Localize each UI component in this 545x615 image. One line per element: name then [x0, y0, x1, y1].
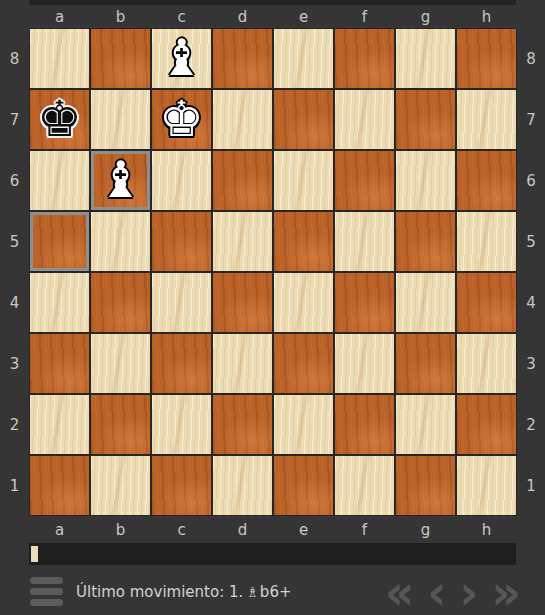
square-c5[interactable]: [152, 212, 211, 271]
file-label-c: c: [151, 516, 212, 543]
rank-label-2: 2: [517, 394, 545, 455]
square-e1[interactable]: [274, 456, 333, 515]
rank-label-2: 2: [0, 394, 29, 455]
rank-label-5: 5: [0, 211, 29, 272]
hamburger-bar: [30, 588, 63, 595]
rank-label-4: 4: [517, 272, 545, 333]
move-scrub-bar[interactable]: [29, 543, 516, 565]
square-h6[interactable]: [457, 151, 516, 210]
square-e4[interactable]: [274, 273, 333, 332]
board: ♝♚♚♝: [29, 28, 517, 516]
rank-label-3: 3: [0, 333, 29, 394]
square-g5[interactable]: [396, 212, 455, 271]
square-g2[interactable]: [396, 395, 455, 454]
rank-label-7: 7: [0, 89, 29, 150]
rank-label-5: 5: [517, 211, 545, 272]
square-b5[interactable]: [91, 212, 150, 271]
square-c7[interactable]: ♚: [152, 90, 211, 149]
last-move-label: Último movimiento: 1. ♗ b6+: [76, 583, 292, 601]
square-f1[interactable]: [335, 456, 394, 515]
hamburger-bar: [30, 577, 63, 584]
square-h5[interactable]: [457, 212, 516, 271]
file-label-f: f: [334, 5, 395, 28]
square-h3[interactable]: [457, 334, 516, 393]
file-label-b: b: [90, 516, 151, 543]
square-c8[interactable]: ♝: [152, 29, 211, 88]
file-label-b: b: [90, 5, 151, 28]
square-f4[interactable]: [335, 273, 394, 332]
square-b8[interactable]: [91, 29, 150, 88]
file-label-c: c: [151, 5, 212, 28]
square-b3[interactable]: [91, 334, 150, 393]
file-label-h: h: [456, 5, 517, 28]
square-b1[interactable]: [91, 456, 150, 515]
file-labels-bottom: abcdefgh: [29, 516, 517, 543]
piece-white-king-c7[interactable]: ♚: [159, 94, 204, 144]
square-c4[interactable]: [152, 273, 211, 332]
square-a6[interactable]: [30, 151, 89, 210]
square-e2[interactable]: [274, 395, 333, 454]
square-d4[interactable]: [213, 273, 272, 332]
last-move-text-suffix: b6+: [260, 583, 292, 601]
first-move-button[interactable]: «: [385, 571, 415, 613]
file-label-e: e: [273, 5, 334, 28]
square-f5[interactable]: [335, 212, 394, 271]
square-d6[interactable]: [213, 151, 272, 210]
square-c3[interactable]: [152, 334, 211, 393]
square-g3[interactable]: [396, 334, 455, 393]
square-a1[interactable]: [30, 456, 89, 515]
square-f6[interactable]: [335, 151, 394, 210]
rank-label-4: 4: [0, 272, 29, 333]
file-label-g: g: [395, 516, 456, 543]
square-d8[interactable]: [213, 29, 272, 88]
square-g7[interactable]: [396, 90, 455, 149]
square-h2[interactable]: [457, 395, 516, 454]
square-g6[interactable]: [396, 151, 455, 210]
file-label-d: d: [212, 516, 273, 543]
last-move-text-prefix: Último movimiento: 1.: [76, 583, 243, 601]
piece-black-king-a7[interactable]: ♚: [37, 94, 82, 144]
file-label-h: h: [456, 516, 517, 543]
square-d3[interactable]: [213, 334, 272, 393]
square-c2[interactable]: [152, 395, 211, 454]
square-d1[interactable]: [213, 456, 272, 515]
square-f3[interactable]: [335, 334, 394, 393]
file-label-e: e: [273, 516, 334, 543]
square-a2[interactable]: [30, 395, 89, 454]
rank-label-1: 1: [0, 455, 29, 516]
hamburger-bar: [30, 599, 63, 606]
square-h4[interactable]: [457, 273, 516, 332]
square-a5[interactable]: [30, 212, 89, 271]
chess-app: abcdefgh 87654321 ♝♚♚♝ 87654321 abcdefgh…: [0, 0, 545, 615]
bottom-controls: Último movimiento: 1. ♗ b6+ «‹›»: [0, 568, 545, 615]
square-a3[interactable]: [30, 334, 89, 393]
last-move-button[interactable]: »: [491, 571, 521, 613]
bishop-icon: ♗: [246, 584, 259, 600]
next-move-button[interactable]: ›: [459, 571, 478, 613]
square-b2[interactable]: [91, 395, 150, 454]
previous-move-button[interactable]: ‹: [427, 571, 446, 613]
piece-white-bishop-c8[interactable]: ♝: [159, 33, 204, 83]
square-g1[interactable]: [396, 456, 455, 515]
rank-label-6: 6: [517, 150, 545, 211]
square-d2[interactable]: [213, 395, 272, 454]
square-a8[interactable]: [30, 29, 89, 88]
scrub-handle[interactable]: [31, 546, 38, 562]
status-area: Último movimiento: 1. ♗ b6+: [30, 577, 292, 606]
square-c1[interactable]: [152, 456, 211, 515]
square-b4[interactable]: [91, 273, 150, 332]
file-labels-top: abcdefgh: [29, 5, 517, 28]
square-b7[interactable]: [91, 90, 150, 149]
square-h7[interactable]: [457, 90, 516, 149]
file-label-f: f: [334, 516, 395, 543]
square-b6[interactable]: ♝: [91, 151, 150, 210]
rank-label-3: 3: [517, 333, 545, 394]
square-e3[interactable]: [274, 334, 333, 393]
menu-button[interactable]: [30, 577, 63, 606]
square-f2[interactable]: [335, 395, 394, 454]
square-h8[interactable]: [457, 29, 516, 88]
square-f7[interactable]: [335, 90, 394, 149]
rank-label-1: 1: [517, 455, 545, 516]
rank-labels-left: 87654321: [0, 28, 29, 516]
square-c6[interactable]: [152, 151, 211, 210]
file-label-a: a: [29, 516, 90, 543]
file-label-g: g: [395, 5, 456, 28]
square-e5[interactable]: [274, 212, 333, 271]
rank-label-6: 6: [0, 150, 29, 211]
square-d5[interactable]: [213, 212, 272, 271]
square-e7[interactable]: [274, 90, 333, 149]
move-navigation: «‹›»: [385, 572, 521, 612]
file-label-a: a: [29, 5, 90, 28]
rank-label-8: 8: [517, 28, 545, 89]
square-a7[interactable]: ♚: [30, 90, 89, 149]
square-d7[interactable]: [213, 90, 272, 149]
rank-label-7: 7: [517, 89, 545, 150]
file-label-d: d: [212, 5, 273, 28]
rank-label-8: 8: [0, 28, 29, 89]
square-g8[interactable]: [396, 29, 455, 88]
piece-white-bishop-b6[interactable]: ♝: [98, 155, 143, 205]
square-h1[interactable]: [457, 456, 516, 515]
rank-labels-right: 87654321: [517, 28, 545, 516]
square-e6[interactable]: [274, 151, 333, 210]
square-e8[interactable]: [274, 29, 333, 88]
square-f8[interactable]: [335, 29, 394, 88]
square-g4[interactable]: [396, 273, 455, 332]
square-a4[interactable]: [30, 273, 89, 332]
